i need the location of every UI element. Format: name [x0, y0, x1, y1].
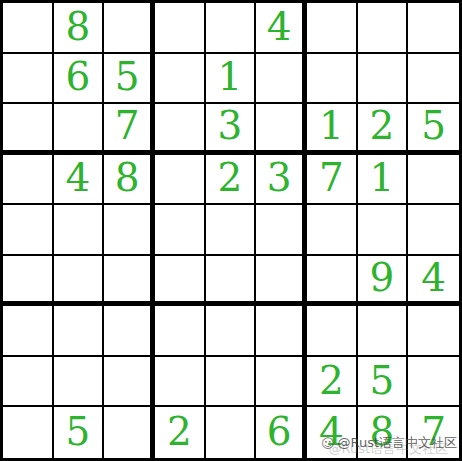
- smiley-logo-icon: ☺: [321, 437, 335, 450]
- given-digit: 2: [319, 361, 344, 400]
- cell-r4c9[interactable]: [408, 155, 459, 206]
- cell-r2c4[interactable]: [155, 54, 206, 105]
- cell-r7c1[interactable]: [3, 306, 54, 357]
- cell-r6c6[interactable]: [256, 256, 307, 307]
- cell-r3c9[interactable]: 5: [408, 104, 459, 155]
- given-digit: 2: [167, 412, 192, 451]
- cell-r8c3[interactable]: [104, 357, 155, 408]
- cell-r8c5[interactable]: [206, 357, 257, 408]
- cell-r5c4[interactable]: [155, 205, 206, 256]
- given-digit: 5: [66, 412, 91, 451]
- cell-r7c2[interactable]: [54, 306, 105, 357]
- cell-r7c7[interactable]: [307, 306, 358, 357]
- cell-r8c9[interactable]: [408, 357, 459, 408]
- cell-r8c1[interactable]: [3, 357, 54, 408]
- cell-r1c5[interactable]: [206, 3, 257, 54]
- given-digit: 5: [421, 106, 446, 145]
- cell-r3c6[interactable]: [256, 104, 307, 155]
- cell-r6c3[interactable]: [104, 256, 155, 307]
- cell-r8c7[interactable]: 2: [307, 357, 358, 408]
- cell-r6c2[interactable]: [54, 256, 105, 307]
- given-digit: 5: [370, 361, 395, 400]
- given-digit: 8: [66, 7, 91, 46]
- cell-r3c4[interactable]: [155, 104, 206, 155]
- cell-r5c1[interactable]: [3, 205, 54, 256]
- cell-r2c7[interactable]: [307, 54, 358, 105]
- cell-r2c3[interactable]: 5: [104, 54, 155, 105]
- cell-r5c8[interactable]: [358, 205, 409, 256]
- sudoku-screenshot: 84651731254823719425526487 @Rust语言中文社区 ☺…: [0, 0, 462, 461]
- given-digit: 9: [370, 258, 395, 297]
- cell-r8c2[interactable]: [54, 357, 105, 408]
- cell-r2c1[interactable]: [3, 54, 54, 105]
- cell-r3c7[interactable]: 1: [307, 104, 358, 155]
- cell-r6c9[interactable]: 4: [408, 256, 459, 307]
- cell-r4c8[interactable]: 1: [358, 155, 409, 206]
- cell-r4c1[interactable]: [3, 155, 54, 206]
- cell-r3c8[interactable]: 2: [358, 104, 409, 155]
- cell-r8c6[interactable]: [256, 357, 307, 408]
- cell-r5c7[interactable]: [307, 205, 358, 256]
- cell-r6c7[interactable]: [307, 256, 358, 307]
- cell-r4c5[interactable]: 2: [206, 155, 257, 206]
- given-digit: 5: [115, 57, 140, 96]
- given-digit: 1: [319, 106, 344, 145]
- watermark-text: @Rust语言中文社区: [337, 434, 457, 452]
- cell-r1c3[interactable]: [104, 3, 155, 54]
- cell-r2c5[interactable]: 1: [206, 54, 257, 105]
- cell-r1c2[interactable]: 8: [54, 3, 105, 54]
- cell-r7c9[interactable]: [408, 306, 459, 357]
- cell-r5c9[interactable]: [408, 205, 459, 256]
- cell-r3c2[interactable]: [54, 104, 105, 155]
- cell-r3c1[interactable]: [3, 104, 54, 155]
- cell-r5c3[interactable]: [104, 205, 155, 256]
- cell-r5c5[interactable]: [206, 205, 257, 256]
- cell-r1c8[interactable]: [358, 3, 409, 54]
- given-digit: 2: [370, 106, 395, 145]
- given-digit: 7: [115, 106, 140, 145]
- cell-r7c8[interactable]: [358, 306, 409, 357]
- cell-r5c6[interactable]: [256, 205, 307, 256]
- given-digit: 3: [218, 106, 243, 145]
- cell-r4c6[interactable]: 3: [256, 155, 307, 206]
- given-digit: 1: [370, 158, 395, 197]
- cell-r9c2[interactable]: 5: [54, 407, 105, 458]
- watermark: ☺ @Rust语言中文社区: [321, 434, 457, 452]
- cell-r7c5[interactable]: [206, 306, 257, 357]
- cell-r7c3[interactable]: [104, 306, 155, 357]
- cell-r8c4[interactable]: [155, 357, 206, 408]
- given-digit: 7: [319, 158, 344, 197]
- cell-r3c5[interactable]: 3: [206, 104, 257, 155]
- cell-r2c8[interactable]: [358, 54, 409, 105]
- cell-r6c4[interactable]: [155, 256, 206, 307]
- cell-r6c1[interactable]: [3, 256, 54, 307]
- given-digit: 8: [115, 158, 140, 197]
- cell-r1c9[interactable]: [408, 3, 459, 54]
- cell-r7c6[interactable]: [256, 306, 307, 357]
- cell-r1c4[interactable]: [155, 3, 206, 54]
- given-digit: 6: [66, 57, 91, 96]
- cell-r9c1[interactable]: [3, 407, 54, 458]
- cell-r1c7[interactable]: [307, 3, 358, 54]
- cell-r8c8[interactable]: 5: [358, 357, 409, 408]
- cell-r2c6[interactable]: [256, 54, 307, 105]
- given-digit: 4: [66, 158, 91, 197]
- cell-r4c4[interactable]: [155, 155, 206, 206]
- cell-r9c5[interactable]: [206, 407, 257, 458]
- cell-r2c2[interactable]: 6: [54, 54, 105, 105]
- given-digit: 4: [421, 258, 446, 297]
- sudoku-board: 84651731254823719425526487: [0, 0, 462, 461]
- given-digit: 4: [267, 7, 292, 46]
- cell-r9c3[interactable]: [104, 407, 155, 458]
- cell-r9c6[interactable]: 6: [256, 407, 307, 458]
- given-digit: 3: [267, 158, 292, 197]
- given-digit: 6: [267, 412, 292, 451]
- cell-r2c9[interactable]: [408, 54, 459, 105]
- given-digit: 2: [218, 158, 243, 197]
- cell-r5c2[interactable]: [54, 205, 105, 256]
- cell-r6c8[interactable]: 9: [358, 256, 409, 307]
- cell-r7c4[interactable]: [155, 306, 206, 357]
- cell-r3c3[interactable]: 7: [104, 104, 155, 155]
- cell-r1c6[interactable]: 4: [256, 3, 307, 54]
- cell-r4c7[interactable]: 7: [307, 155, 358, 206]
- cell-r4c2[interactable]: 4: [54, 155, 105, 206]
- cell-r4c3[interactable]: 8: [104, 155, 155, 206]
- given-digit: 1: [218, 57, 243, 96]
- cell-r6c5[interactable]: [206, 256, 257, 307]
- cell-r1c1[interactable]: [3, 3, 54, 54]
- cell-r9c4[interactable]: 2: [155, 407, 206, 458]
